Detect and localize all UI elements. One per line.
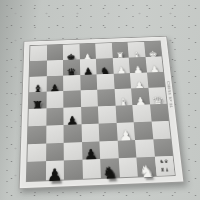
square-r3c3[interactable] [63,75,80,92]
square-r2c8[interactable]: ♟ [145,56,163,72]
square-r5c6[interactable] [115,105,134,123]
square-r4c3[interactable] [63,91,80,108]
square-r3c6[interactable] [113,73,131,90]
square-r7c4[interactable]: ♟ [82,141,101,160]
square-r6c5[interactable] [99,123,118,141]
square-r7c6[interactable] [117,140,136,159]
square-r2c7[interactable]: ♟ [129,57,147,73]
square-r7c8[interactable] [153,138,173,157]
square-r8c2[interactable]: ♟ [45,161,64,181]
square-r3c8[interactable] [147,72,165,88]
square-r2c6[interactable]: ♟ [112,57,130,73]
square-r6c1[interactable] [28,125,46,143]
square-r6c8[interactable] [151,121,170,139]
square-r4c2[interactable] [46,91,63,108]
square-r2c3[interactable]: ♛ [63,59,80,75]
square-r1c8[interactable]: ♚ [144,41,162,56]
square-r3c5[interactable] [97,73,115,90]
square-r5c4[interactable] [81,106,99,124]
square-r8c1[interactable] [27,161,46,181]
square-r4c4[interactable] [80,90,98,107]
square-r2c4[interactable]: ♟ [79,59,96,75]
square-r3c4[interactable] [80,74,97,91]
black-p-piece[interactable]: ♟ [47,168,63,182]
square-r5c8[interactable] [150,104,169,122]
square-r8c3[interactable] [64,160,83,180]
square-r8c8[interactable]: ♞♛♜♝ [154,156,174,176]
square-r5c5[interactable] [98,106,116,124]
square-r1c4[interactable]: ♟ [79,44,96,60]
square-r1c7[interactable]: ♝ [128,42,146,57]
square-r5c1[interactable] [28,108,46,126]
board-corner-emblem: ♞♛♜♝ [154,156,174,176]
black-n-piece[interactable]: ♞ [102,166,118,180]
square-r6c3[interactable] [64,124,82,142]
square-r4c8[interactable]: ♛ [148,87,167,104]
square-r6c6[interactable]: ♟ [116,122,135,140]
square-r1c5[interactable] [95,43,112,59]
square-r2c2[interactable] [46,60,63,76]
square-r2c5[interactable]: ♞ [96,58,113,74]
square-r8c5[interactable]: ♞ [100,158,119,178]
square-r1c2[interactable] [46,45,62,61]
square-r3c1[interactable]: ♝ [29,76,46,93]
square-r4c1[interactable]: ♜ [29,92,46,109]
square-r1c3[interactable]: ♚ [63,44,80,60]
square-r1c1[interactable] [30,45,47,61]
square-r7c3[interactable] [64,142,82,161]
square-r7c5[interactable] [99,140,118,159]
square-r7c7[interactable] [135,139,154,158]
chessboard-photo: ♚♟♜♝♚♛♟♞♟♟♟♝♟♟♜♝♟♛♟♟♟♟♞♞♞♛♜♝ CHESS Nº 84 [0,0,200,200]
square-r8c4[interactable] [82,159,101,179]
white-n-piece[interactable]: ♞ [138,164,155,178]
square-r6c4[interactable] [81,123,99,141]
square-r4c6[interactable]: ♝ [114,89,132,106]
square-r7c2[interactable] [46,142,64,161]
square-r1c6[interactable]: ♜ [111,42,128,58]
square-r7c1[interactable] [27,143,45,162]
chess-board: ♚♟♜♝♚♛♟♞♟♟♟♝♟♟♜♝♟♛♟♟♟♟♞♞♞♛♜♝ CHESS Nº 84 [19,36,185,189]
square-r5c7[interactable] [132,104,151,122]
square-r5c2[interactable] [46,108,64,126]
square-r2c1[interactable] [30,60,47,76]
square-r3c7[interactable]: ♟ [130,72,148,89]
square-r6c7[interactable] [134,121,153,139]
square-r5c3[interactable]: ♟ [63,107,81,125]
square-r8c7[interactable]: ♞ [136,157,156,177]
square-r3c2[interactable]: ♟ [46,75,63,92]
board-grid: ♚♟♜♝♚♛♟♞♟♟♟♝♟♟♜♝♟♛♟♟♟♟♞♞♞♛♜♝ [26,41,176,183]
square-r6c2[interactable] [46,125,64,143]
square-r4c5[interactable] [97,89,115,106]
square-r4c7[interactable]: ♟ [131,88,149,105]
square-r8c6[interactable] [118,158,138,178]
